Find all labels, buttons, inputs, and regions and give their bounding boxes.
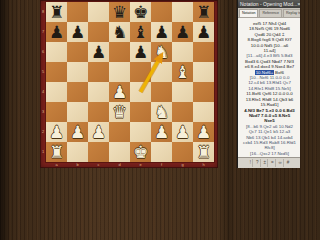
square-b2[interactable]: ♟ bbox=[67, 122, 88, 142]
square-h2[interactable]: ♟ bbox=[193, 122, 214, 142]
piece-white-pawn-b2[interactable]: ♟ bbox=[67, 122, 88, 142]
square-f6[interactable]: ♞ bbox=[151, 42, 172, 62]
square-c3[interactable] bbox=[88, 102, 109, 122]
square-d8[interactable]: ♛ bbox=[109, 2, 130, 22]
square-a1[interactable]: ♜ bbox=[46, 142, 67, 162]
notation-line-9[interactable]: e6 8.e4 dxe4 9.Nxe4 Be7 bbox=[239, 64, 300, 69]
square-d2[interactable] bbox=[109, 122, 130, 142]
square-f5[interactable] bbox=[151, 62, 172, 82]
square-e7[interactable]: ♝ bbox=[130, 22, 151, 42]
piece-black-rook-a8[interactable]: ♜ bbox=[46, 2, 67, 22]
notation-line-25[interactable]: [16...Qxc2 17.Nxd5] bbox=[239, 151, 300, 156]
square-c2[interactable]: ♟ bbox=[88, 122, 109, 142]
piece-black-pawn-c6[interactable]: ♟ bbox=[88, 42, 109, 62]
square-a8[interactable]: ♜ bbox=[46, 2, 67, 22]
square-c4[interactable] bbox=[88, 82, 109, 102]
piece-black-queen-d8[interactable]: ♛ bbox=[109, 2, 130, 22]
square-c8[interactable] bbox=[88, 2, 109, 22]
square-e3[interactable] bbox=[130, 102, 151, 122]
square-e6[interactable]: ♟ bbox=[130, 42, 151, 62]
tab-notation[interactable]: Notation bbox=[239, 9, 258, 17]
close-icon[interactable]: × bbox=[297, 0, 300, 8]
file-labels: abcdefgh bbox=[46, 162, 214, 168]
square-e8[interactable]: ♚ bbox=[130, 2, 151, 22]
square-h7[interactable]: ♟ bbox=[193, 22, 214, 42]
annotation-glyph-4[interactable]: = bbox=[269, 159, 276, 167]
notation-panel: Notation - Opening Mod... × NotationRefe… bbox=[237, 0, 300, 168]
square-g5[interactable]: ♝ bbox=[172, 62, 193, 82]
file-label-c: c bbox=[88, 162, 109, 168]
file-label-g: g bbox=[172, 162, 193, 168]
file-label-a: a bbox=[46, 162, 67, 168]
square-b7[interactable]: ♟ bbox=[67, 22, 88, 42]
square-e4[interactable] bbox=[130, 82, 151, 102]
panel-titlebar: Notation - Opening Mod... × bbox=[238, 0, 300, 8]
board-squares: ♜♛♚♜♟♟♞♝♟♟♟♟♟♞♝♟♛♞♟♟♟♟♟♟♜♚♜ bbox=[46, 2, 214, 162]
notation-line-14[interactable]: 11.Bxf6 Qxf6 12.0-0 0-0 bbox=[239, 91, 300, 96]
piece-black-pawn-g7[interactable]: ♟ bbox=[172, 22, 193, 42]
square-a5[interactable] bbox=[46, 62, 67, 82]
annotation-glyph-1[interactable]: ! bbox=[248, 159, 253, 167]
piece-black-bishop-e7[interactable]: ♝ bbox=[130, 22, 151, 42]
square-a2[interactable]: ♟ bbox=[46, 122, 67, 142]
square-d3[interactable]: ♛ bbox=[109, 102, 130, 122]
piece-black-pawn-f7[interactable]: ♟ bbox=[151, 22, 172, 42]
square-f4[interactable] bbox=[151, 82, 172, 102]
piece-white-pawn-h2[interactable]: ♟ bbox=[193, 122, 214, 142]
square-b1[interactable] bbox=[67, 142, 88, 162]
square-f8[interactable] bbox=[151, 2, 172, 22]
piece-black-pawn-h7[interactable]: ♟ bbox=[193, 22, 214, 42]
piece-white-bishop-g5[interactable]: ♝ bbox=[172, 62, 193, 82]
square-a7[interactable]: ♟ bbox=[46, 22, 67, 42]
panel-title: Notation - Opening Mod... bbox=[240, 0, 297, 8]
notation-text[interactable]: exf5 17.Nh4 Qd418.Nxf5 Qf6 19.Nxd6Qxd6 2… bbox=[238, 18, 300, 157]
square-b8[interactable] bbox=[67, 2, 88, 22]
annotation-toolbar: !?±=∞# bbox=[238, 157, 300, 168]
square-h5[interactable] bbox=[193, 62, 214, 82]
piece-black-king-e8[interactable]: ♚ bbox=[130, 2, 151, 22]
annotation-glyph-3[interactable]: ± bbox=[262, 159, 268, 167]
square-a6[interactable] bbox=[46, 42, 67, 62]
file-label-b: b bbox=[67, 162, 88, 168]
square-h1[interactable]: ♜ bbox=[193, 142, 214, 162]
annotation-glyph-5[interactable]: ∞ bbox=[277, 159, 284, 167]
square-c1[interactable] bbox=[88, 142, 109, 162]
square-e2[interactable] bbox=[130, 122, 151, 142]
square-c6[interactable]: ♟ bbox=[88, 42, 109, 62]
square-b5[interactable] bbox=[67, 62, 88, 82]
notation-line-4[interactable]: 8.Bxg6 fxg6 9.Qd3 Kf7 bbox=[239, 37, 300, 42]
square-c7[interactable] bbox=[88, 22, 109, 42]
square-f2[interactable]: ♟ bbox=[151, 122, 172, 142]
piece-white-knight-f3[interactable]: ♞ bbox=[151, 102, 172, 122]
piece-white-pawn-a2[interactable]: ♟ bbox=[46, 122, 67, 142]
square-g7[interactable]: ♟ bbox=[172, 22, 193, 42]
square-d7[interactable]: ♞ bbox=[109, 22, 130, 42]
piece-black-pawn-b7[interactable]: ♟ bbox=[67, 22, 88, 42]
square-g6[interactable] bbox=[172, 42, 193, 62]
square-h4[interactable] bbox=[193, 82, 214, 102]
file-label-h: h bbox=[193, 162, 214, 168]
piece-white-rook-h1[interactable]: ♜ bbox=[193, 142, 214, 162]
square-e1[interactable]: ♚ bbox=[130, 142, 151, 162]
square-b3[interactable] bbox=[67, 102, 88, 122]
square-d6[interactable] bbox=[109, 42, 130, 62]
square-h6[interactable] bbox=[193, 42, 214, 62]
square-b6[interactable] bbox=[67, 42, 88, 62]
file-label-f: f bbox=[151, 162, 172, 168]
piece-white-king-e1[interactable]: ♚ bbox=[130, 142, 151, 162]
square-g1[interactable] bbox=[172, 142, 193, 162]
square-g8[interactable] bbox=[172, 2, 193, 22]
piece-white-pawn-g2[interactable]: ♟ bbox=[172, 122, 193, 142]
annotation-glyph-6[interactable]: # bbox=[285, 159, 291, 167]
piece-white-pawn-c2[interactable]: ♟ bbox=[88, 122, 109, 142]
piece-black-rook-h8[interactable]: ♜ bbox=[193, 2, 214, 22]
chess-board: 87654321 ♜♛♚♜♟♟♞♝♟♟♟♟♟♞♝♟♛♞♟♟♟♟♟♟♜♚♜ abc… bbox=[40, 0, 218, 168]
square-f3[interactable]: ♞ bbox=[151, 102, 172, 122]
square-d1[interactable] bbox=[109, 142, 130, 162]
annotation-glyph-2[interactable]: ? bbox=[254, 159, 261, 167]
panel-tabs: NotationReferenceReplay training bbox=[238, 8, 300, 18]
piece-white-pawn-d4[interactable]: ♟ bbox=[109, 82, 130, 102]
square-b4[interactable] bbox=[67, 82, 88, 102]
square-h8[interactable]: ♜ bbox=[193, 2, 214, 22]
square-h3[interactable] bbox=[193, 102, 214, 122]
square-a3[interactable] bbox=[46, 102, 67, 122]
piece-white-queen-d3[interactable]: ♛ bbox=[109, 102, 130, 122]
square-a4[interactable] bbox=[46, 82, 67, 102]
piece-black-knight-d7[interactable]: ♞ bbox=[109, 22, 130, 42]
square-f1[interactable] bbox=[151, 142, 172, 162]
tab-replay-training[interactable]: Replay training bbox=[283, 9, 300, 17]
square-g3[interactable] bbox=[172, 102, 193, 122]
square-d5[interactable] bbox=[109, 62, 130, 82]
piece-white-pawn-f2[interactable]: ♟ bbox=[151, 122, 172, 142]
piece-black-pawn-e6[interactable]: ♟ bbox=[130, 42, 151, 62]
tab-reference[interactable]: Reference bbox=[259, 9, 282, 17]
highlighted-move[interactable]: 10.Nxf6+ bbox=[255, 70, 274, 75]
square-e5[interactable] bbox=[130, 62, 151, 82]
square-g2[interactable]: ♟ bbox=[172, 122, 193, 142]
square-g4[interactable] bbox=[172, 82, 193, 102]
piece-white-knight-f6[interactable]: ♞ bbox=[151, 42, 172, 62]
piece-white-rook-a1[interactable]: ♜ bbox=[46, 142, 67, 162]
piece-black-pawn-a7[interactable]: ♟ bbox=[46, 22, 67, 42]
file-label-d: d bbox=[109, 162, 130, 168]
file-label-e: e bbox=[130, 162, 151, 168]
square-d4[interactable]: ♟ bbox=[109, 82, 130, 102]
square-f7[interactable]: ♟ bbox=[151, 22, 172, 42]
square-c5[interactable] bbox=[88, 62, 109, 82]
